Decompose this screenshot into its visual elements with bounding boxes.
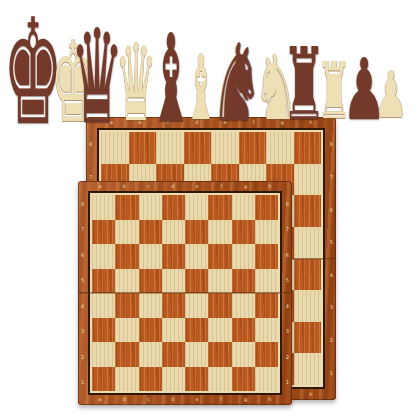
- file-label-bottom-c: c: [147, 397, 150, 402]
- small-folding-chessboard: aabbccddeeffgghh8877665544332211: [78, 181, 292, 405]
- file-label-bottom-f: f: [220, 397, 222, 402]
- file-label-top-h: h: [268, 184, 271, 189]
- square-c5: [139, 269, 162, 294]
- square-h6: [294, 195, 322, 227]
- file-label-bottom-g: g: [244, 397, 247, 402]
- file-label-bottom-e: e: [196, 397, 199, 402]
- square-e3: [185, 318, 208, 343]
- square-c7: [139, 220, 162, 245]
- square-d6: [162, 244, 185, 269]
- rank-label-left-4: 4: [81, 303, 84, 308]
- square-a4: [92, 293, 115, 318]
- square-d4: [162, 293, 185, 318]
- square-a3: [92, 318, 115, 343]
- file-label-top-e: e: [196, 184, 199, 189]
- square-g5: [232, 269, 255, 294]
- square-a1: [92, 367, 115, 392]
- square-h3: [255, 318, 278, 343]
- square-h7: [255, 220, 278, 245]
- square-e8: [185, 195, 208, 220]
- square-b5: [115, 269, 138, 294]
- square-h6: [255, 244, 278, 269]
- square-f5: [208, 269, 231, 294]
- square-e4: [185, 293, 208, 318]
- square-h8: [255, 195, 278, 220]
- file-label-top-g: g: [244, 184, 247, 189]
- file-label-bottom-h: h: [309, 392, 312, 397]
- square-h4: [255, 293, 278, 318]
- square-g3: [232, 318, 255, 343]
- square-e2: [185, 342, 208, 367]
- square-f3: [208, 318, 231, 343]
- square-g2: [232, 342, 255, 367]
- rank-label-left-2: 2: [81, 354, 84, 359]
- square-b2: [115, 342, 138, 367]
- rank-label-right-7: 7: [330, 174, 333, 179]
- square-g1: [232, 367, 255, 392]
- square-b8: [115, 195, 138, 220]
- square-c4: [139, 293, 162, 318]
- rank-label-right-6: 6: [286, 252, 289, 257]
- file-label-bottom-h: h: [268, 397, 271, 402]
- rank-label-left-7: 7: [89, 174, 92, 179]
- file-label-bottom-b: b: [123, 397, 126, 402]
- rank-label-right-7: 7: [286, 227, 289, 232]
- rank-label-right-4: 4: [330, 272, 333, 277]
- square-d8: [162, 195, 185, 220]
- square-b3: [115, 318, 138, 343]
- square-e1: [185, 367, 208, 392]
- rank-label-right-5: 5: [330, 240, 333, 245]
- square-d7: [162, 220, 185, 245]
- file-label-top-c: c: [147, 184, 150, 189]
- rank-label-left-3: 3: [81, 329, 84, 334]
- square-f2: [208, 342, 231, 367]
- square-a5: [92, 269, 115, 294]
- square-c1: [139, 367, 162, 392]
- square-h7: [294, 164, 322, 196]
- square-c3: [139, 318, 162, 343]
- square-h4: [294, 259, 322, 291]
- square-f7: [208, 220, 231, 245]
- rank-label-right-8: 8: [330, 142, 333, 147]
- square-d2: [162, 342, 185, 367]
- rank-label-left-1: 1: [81, 380, 84, 385]
- chess-set-product-photo: ♚♚♛♛♝♝♞♞♜♜♟♟ aabbccddeeffgghh88776655443…: [0, 0, 416, 416]
- square-h3: [294, 290, 322, 322]
- file-label-bottom-d: d: [171, 397, 174, 402]
- rank-label-right-2: 2: [330, 338, 333, 343]
- rank-label-right-4: 4: [286, 303, 289, 308]
- square-c2: [139, 342, 162, 367]
- file-label-top-d: d: [171, 184, 174, 189]
- square-h1: [255, 367, 278, 392]
- file-label-bottom-a: a: [99, 397, 102, 402]
- rank-label-left-7: 7: [81, 227, 84, 232]
- rank-label-right-3: 3: [286, 329, 289, 334]
- square-d5: [162, 269, 185, 294]
- rank-label-left-8: 8: [81, 201, 84, 206]
- square-e5: [185, 269, 208, 294]
- square-a2: [92, 342, 115, 367]
- square-g8: [232, 195, 255, 220]
- square-g7: [232, 220, 255, 245]
- square-e7: [185, 220, 208, 245]
- file-label-top-b: b: [123, 184, 126, 189]
- square-h2: [294, 322, 322, 354]
- rank-label-right-5: 5: [286, 278, 289, 283]
- square-g4: [232, 293, 255, 318]
- square-h1: [294, 353, 322, 385]
- square-b7: [115, 220, 138, 245]
- square-f1: [208, 367, 231, 392]
- small-board-fold-seam-line: [78, 292, 292, 294]
- file-label-top-a: a: [99, 184, 102, 189]
- square-a8: [92, 195, 115, 220]
- square-g6: [232, 244, 255, 269]
- rank-label-left-5: 5: [81, 278, 84, 283]
- square-h5: [255, 269, 278, 294]
- square-e6: [185, 244, 208, 269]
- square-b4: [115, 293, 138, 318]
- rank-label-right-1: 1: [330, 370, 333, 375]
- file-label-top-f: f: [220, 184, 222, 189]
- square-b6: [115, 244, 138, 269]
- square-b1: [115, 367, 138, 392]
- rank-label-right-6: 6: [330, 207, 333, 212]
- square-f4: [208, 293, 231, 318]
- rank-label-right-2: 2: [286, 354, 289, 359]
- square-f6: [208, 244, 231, 269]
- square-a6: [92, 244, 115, 269]
- square-h5: [294, 227, 322, 259]
- square-c6: [139, 244, 162, 269]
- rank-label-left-6: 6: [81, 252, 84, 257]
- square-c8: [139, 195, 162, 220]
- square-h2: [255, 342, 278, 367]
- pieces-display-row: ♚♚♛♛♝♝♞♞♜♜♟♟: [0, 0, 416, 115]
- square-d3: [162, 318, 185, 343]
- square-d1: [162, 367, 185, 392]
- square-a7: [92, 220, 115, 245]
- piece-light-pawn: ♟: [374, 63, 407, 127]
- square-f8: [208, 195, 231, 220]
- rank-label-right-1: 1: [286, 380, 289, 385]
- rank-label-right-3: 3: [330, 305, 333, 310]
- rank-label-right-8: 8: [286, 201, 289, 206]
